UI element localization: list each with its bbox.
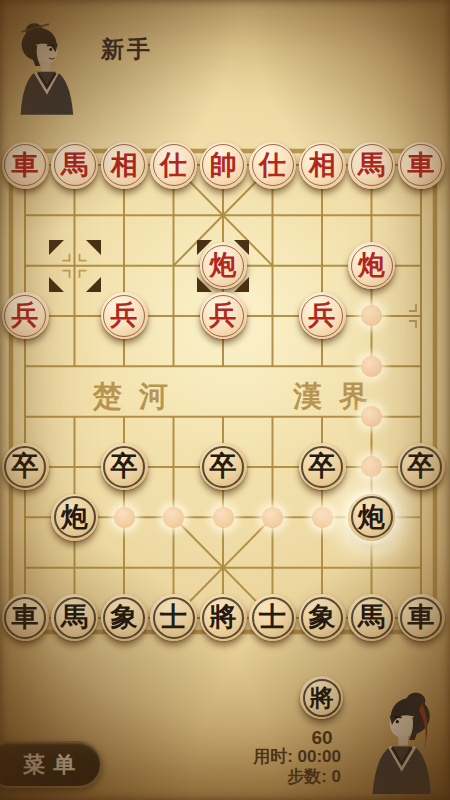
move-timer: 60 (297, 727, 347, 749)
red-piece-炮[interactable]: 炮 (348, 242, 395, 289)
black-piece-車[interactable]: 車 (398, 594, 445, 641)
red-piece-炮[interactable]: 炮 (200, 242, 247, 289)
turn-indicator: 將 (300, 676, 343, 719)
black-piece-卒[interactable]: 卒 (398, 443, 445, 490)
red-piece-仕[interactable]: 仕 (150, 142, 197, 189)
step-count: 步数: 0 (253, 767, 341, 787)
xiangqi-app-screen: 新手 楚河 漢界 車馬相仕帥仕相馬車炮炮兵兵兵兵卒卒卒卒卒炮炮車馬象士將士象馬車… (0, 0, 450, 800)
red-piece-車[interactable]: 車 (398, 142, 445, 189)
red-piece-車[interactable]: 車 (2, 142, 49, 189)
black-piece-炮[interactable]: 炮 (51, 494, 98, 541)
black-piece-將[interactable]: 將 (200, 594, 247, 641)
game-stats: 用时: 00:00 步数: 0 (253, 747, 341, 787)
black-piece-車[interactable]: 車 (2, 594, 49, 641)
black-piece-卒[interactable]: 卒 (101, 443, 148, 490)
move-hint-dot[interactable] (262, 507, 283, 528)
red-piece-相[interactable]: 相 (101, 142, 148, 189)
red-piece-馬[interactable]: 馬 (51, 142, 98, 189)
move-hint-dot[interactable] (312, 507, 333, 528)
elapsed-time: 用时: 00:00 (253, 747, 341, 767)
turn-indicator-piece: 將 (300, 676, 343, 719)
black-piece-炮[interactable]: 炮 (348, 494, 395, 541)
red-piece-兵[interactable]: 兵 (2, 292, 49, 339)
red-piece-兵[interactable]: 兵 (299, 292, 346, 339)
red-piece-兵[interactable]: 兵 (200, 292, 247, 339)
move-hint-dot[interactable] (361, 406, 382, 427)
xiangqi-board[interactable]: 楚河 漢界 車馬相仕帥仕相馬車炮炮兵兵兵兵卒卒卒卒卒炮炮車馬象士將士象馬車 (0, 0, 450, 800)
menu-button[interactable]: 菜单 (0, 741, 102, 788)
black-piece-象[interactable]: 象 (299, 594, 346, 641)
red-piece-仕[interactable]: 仕 (249, 142, 296, 189)
move-hint-dot[interactable] (114, 507, 135, 528)
black-piece-卒[interactable]: 卒 (299, 443, 346, 490)
black-piece-卒[interactable]: 卒 (200, 443, 247, 490)
red-piece-相[interactable]: 相 (299, 142, 346, 189)
red-piece-馬[interactable]: 馬 (348, 142, 395, 189)
move-hint-dot[interactable] (213, 507, 234, 528)
black-piece-卒[interactable]: 卒 (2, 443, 49, 490)
red-piece-兵[interactable]: 兵 (101, 292, 148, 339)
move-hint-dot[interactable] (361, 356, 382, 377)
black-piece-象[interactable]: 象 (101, 594, 148, 641)
red-piece-帥[interactable]: 帥 (200, 142, 247, 189)
move-hint-dot[interactable] (163, 507, 184, 528)
river-label-left: 楚河 (93, 377, 185, 417)
